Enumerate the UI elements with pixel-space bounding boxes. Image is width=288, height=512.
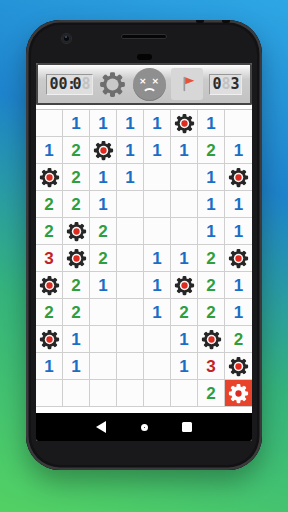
mine-count-number: 1 [234,223,243,240]
cell-r8c2[interactable]: 2 [63,299,90,326]
cell-r10c3[interactable] [90,353,117,380]
cell-r11c5[interactable] [144,380,171,407]
mine-counter-digit: 0 [212,77,221,92]
mine-count-number: 1 [179,142,188,159]
cell-r1c7[interactable]: 1 [198,110,225,137]
cell-r2c3[interactable] [90,137,117,164]
mine-count-number: 1 [71,358,80,375]
cell-r3c8[interactable] [225,164,252,191]
cell-r10c4[interactable] [117,353,144,380]
phone-frame: 00:08 × × 083 1111112111 [26,20,262,470]
mine-count-number: 1 [125,169,134,186]
cell-r11c7[interactable]: 2 [198,380,225,407]
cell-r10c7[interactable]: 3 [198,353,225,380]
cell-r3c1[interactable] [36,164,63,191]
timer-digit: 0 [58,77,67,92]
mine-count-number: 1 [44,358,53,375]
cell-r1c2[interactable]: 1 [63,110,90,137]
minesweeper-top-bar: 00:08 × × 083 [36,63,252,105]
cell-r8c1[interactable]: 2 [36,299,63,326]
mine-count-number: 1 [98,115,107,132]
android-nav-bar [36,413,252,441]
cell-r4c5[interactable] [144,191,171,218]
screen: 00:08 × × 083 1111112111 [36,63,252,441]
mine-icon [201,329,222,350]
cell-r10c1[interactable]: 1 [36,353,63,380]
mine-count-number: 1 [152,115,161,132]
cell-r3c2[interactable]: 2 [63,164,90,191]
cell-r4c2[interactable]: 2 [63,191,90,218]
mine-count-number: 1 [234,304,243,321]
sad-face-icon: × × [139,77,159,85]
cell-r9c8[interactable]: 2 [225,326,252,353]
mine-count-number: 1 [71,115,80,132]
cell-r11c3[interactable] [90,380,117,407]
timer-digit: 0 [72,77,81,92]
mine-count-number: 2 [206,250,215,267]
mine-count-number: 3 [206,358,215,375]
mine-count-number: 2 [71,142,80,159]
cell-r11c4[interactable] [117,380,144,407]
mine-count-number: 1 [125,115,134,132]
mine-count-number: 2 [71,196,80,213]
mine-count-number: 2 [206,304,215,321]
cell-r4c3[interactable]: 1 [90,191,117,218]
cell-r5c7[interactable]: 1 [198,218,225,245]
mine-count-number: 3 [44,250,53,267]
antenna-line [222,20,230,23]
mine-counter-digit: 8 [221,77,230,92]
cell-r2c6[interactable]: 1 [171,137,198,164]
cell-r6c1[interactable]: 3 [36,245,63,272]
cell-r11c2[interactable] [63,380,90,407]
recents-icon[interactable] [182,422,192,432]
cell-r6c6[interactable]: 1 [171,245,198,272]
mine-icon [39,329,60,350]
cell-r6c5[interactable]: 1 [144,245,171,272]
cell-r3c6[interactable] [171,164,198,191]
mine-count-number: 1 [152,304,161,321]
cell-r1c4[interactable]: 1 [117,110,144,137]
mine-icon [174,275,195,296]
mine-count-number: 2 [206,142,215,159]
cell-r7c5[interactable]: 1 [144,272,171,299]
cell-r2c1[interactable]: 1 [36,137,63,164]
smiley-eye: × [152,77,160,85]
board-grid: 1111112111212111221112211321122112122122… [36,109,252,407]
mine-counter-display: 083 [209,74,242,95]
cell-r2c2[interactable]: 2 [63,137,90,164]
cell-r4c1[interactable]: 2 [36,191,63,218]
cell-r9c5[interactable] [144,326,171,353]
mine-count-number: 2 [71,169,80,186]
cell-r1c5[interactable]: 1 [144,110,171,137]
cell-r6c4[interactable] [117,245,144,272]
cell-r5c3[interactable]: 2 [90,218,117,245]
cell-r10c6[interactable]: 1 [171,353,198,380]
mine-count-number: 1 [234,277,243,294]
mine-icon [228,167,249,188]
cell-r8c8[interactable]: 1 [225,299,252,326]
mine-icon [66,248,87,269]
cell-r3c5[interactable] [144,164,171,191]
mine-count-number: 2 [98,250,107,267]
smiley-frown [142,88,157,102]
mine-count-number: 1 [179,250,188,267]
cell-r8c7[interactable]: 2 [198,299,225,326]
mine-icon [66,221,87,242]
cell-r4c7[interactable]: 1 [198,191,225,218]
cell-r3c7[interactable]: 1 [198,164,225,191]
mine-count-number: 1 [179,358,188,375]
mine-icon [228,356,249,377]
cell-r6c8[interactable] [225,245,252,272]
cell-r8c6[interactable]: 2 [171,299,198,326]
mine-count-number: 1 [44,142,53,159]
cell-r5c2[interactable] [63,218,90,245]
cell-r5c1[interactable]: 2 [36,218,63,245]
earpiece-speaker [121,34,167,39]
cell-r1c3[interactable]: 1 [90,110,117,137]
mine-count-number: 1 [152,142,161,159]
mine-count-number: 1 [206,169,215,186]
mine-icon [93,140,114,161]
reset-smiley-button[interactable]: × × [133,68,166,101]
exploded-mine-icon [228,383,249,404]
cell-r4c4[interactable] [117,191,144,218]
cell-r7c3[interactable]: 1 [90,272,117,299]
mine-count-number: 1 [98,196,107,213]
cell-r3c3[interactable]: 1 [90,164,117,191]
front-camera [62,34,71,43]
cell-r10c8[interactable] [225,353,252,380]
mine-count-number: 2 [44,196,53,213]
cell-r10c5[interactable] [144,353,171,380]
antenna-line [196,20,204,23]
cell-r2c7[interactable]: 2 [198,137,225,164]
cell-r7c1[interactable] [36,272,63,299]
mine-count-number: 2 [44,223,53,240]
cell-r1c1[interactable] [36,110,63,137]
mine-count-number: 1 [206,223,215,240]
cell-r8c5[interactable]: 1 [144,299,171,326]
cell-r9c3[interactable] [90,326,117,353]
cell-r5c6[interactable] [171,218,198,245]
cell-r7c2[interactable]: 2 [63,272,90,299]
cell-r1c8[interactable] [225,110,252,137]
cell-r7c6[interactable] [171,272,198,299]
cell-r7c8[interactable]: 1 [225,272,252,299]
cell-r10c2[interactable]: 1 [63,353,90,380]
mine-count-number: 1 [98,277,107,294]
back-icon[interactable] [96,421,106,433]
cell-r4c6[interactable] [171,191,198,218]
cell-r2c4[interactable]: 1 [117,137,144,164]
cell-r2c8[interactable]: 1 [225,137,252,164]
settings-gear-icon [99,71,126,98]
home-icon[interactable] [141,424,148,431]
mine-count-number: 1 [152,250,161,267]
cell-r9c7[interactable] [198,326,225,353]
cell-r11c1[interactable] [36,380,63,407]
cell-r9c4[interactable] [117,326,144,353]
cell-r6c7[interactable]: 2 [198,245,225,272]
sensor-pill [137,54,152,60]
cell-r11c6[interactable] [171,380,198,407]
mine-count-number: 1 [125,142,134,159]
mine-count-number: 1 [234,196,243,213]
smiley-eye: × [139,77,147,85]
cell-r9c6[interactable]: 1 [171,326,198,353]
cell-r6c3[interactable]: 2 [90,245,117,272]
cell-r8c3[interactable] [90,299,117,326]
cell-r8c4[interactable] [117,299,144,326]
cell-r6c2[interactable] [63,245,90,272]
cell-r5c5[interactable] [144,218,171,245]
mine-count-number: 2 [44,304,53,321]
cell-r9c1[interactable] [36,326,63,353]
cell-r4c8[interactable]: 1 [225,191,252,218]
cell-r5c4[interactable] [117,218,144,245]
flag-icon [176,73,198,95]
cell-r2c5[interactable]: 1 [144,137,171,164]
cell-r1c6[interactable] [171,110,198,137]
mine-count-number: 1 [152,277,161,294]
timer-digit: 0 [49,77,58,92]
cell-r7c7[interactable]: 2 [198,272,225,299]
settings-button[interactable] [99,70,127,98]
mine-icon [228,248,249,269]
mine-count-number: 2 [206,277,215,294]
mine-count-number: 1 [206,115,215,132]
mine-count-number: 2 [71,304,80,321]
mine-count-number: 1 [71,331,80,348]
mine-count-number: 2 [71,277,80,294]
mine-count-number: 2 [179,304,188,321]
mine-icon [174,113,195,134]
timer-display: 00:08 [46,74,93,95]
mine-count-number: 2 [234,331,243,348]
mine-count-number: 2 [206,385,215,402]
cell-r5c8[interactable]: 1 [225,218,252,245]
cell-r11c8[interactable] [225,380,252,407]
mine-icon [39,275,60,296]
cell-r3c4[interactable]: 1 [117,164,144,191]
cell-r9c2[interactable]: 1 [63,326,90,353]
mine-counter-digit: 3 [230,77,239,92]
mine-count-number: 1 [206,196,215,213]
mine-count-number: 2 [98,223,107,240]
mine-icon [39,167,60,188]
cell-r7c4[interactable] [117,272,144,299]
flag-mode-toggle[interactable] [171,68,203,100]
mine-count-number: 1 [179,331,188,348]
background-gradient: 00:08 × × 083 1111112111 [0,0,288,512]
timer-digit: 8 [81,77,90,92]
mine-count-number: 1 [234,142,243,159]
mine-count-number: 1 [98,169,107,186]
